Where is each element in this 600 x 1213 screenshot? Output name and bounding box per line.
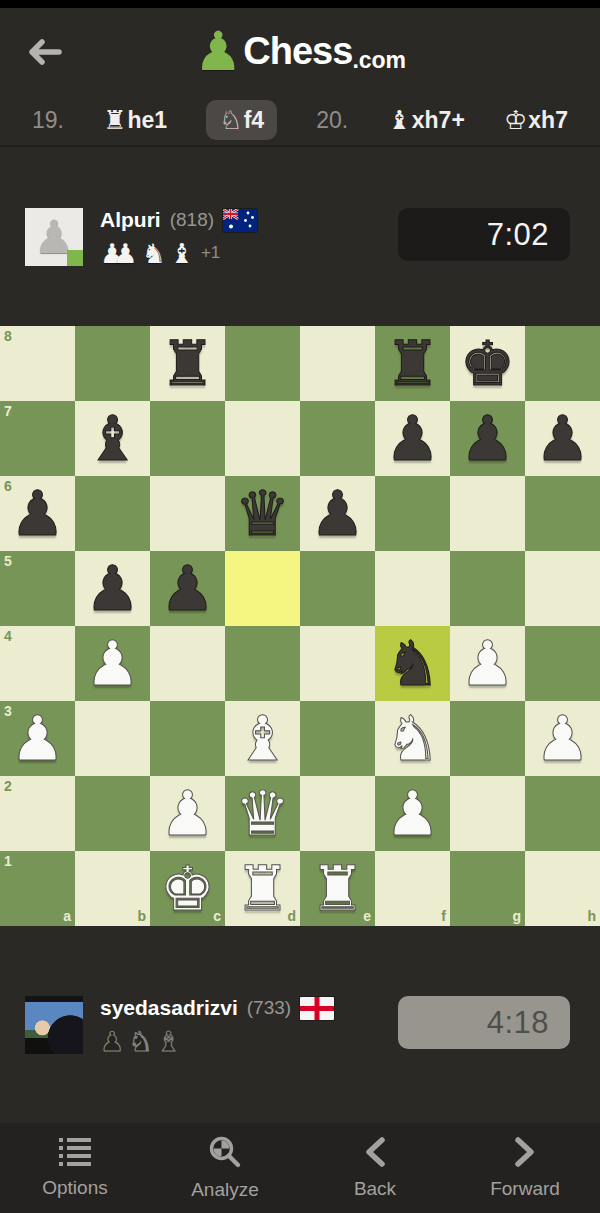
analyze-magnifier-icon [208,1135,242,1169]
square-b8[interactable] [75,326,150,401]
move-bxh7[interactable]: ♝xh7+ [387,105,464,135]
nav-label: Analyze [191,1179,259,1201]
player-info-bottom: syedasadrizvi (733) ♟♞♝ [100,996,334,1055]
nav-label: Back [354,1178,396,1200]
black-bishop-b7: ♝ [75,401,150,476]
arrow-left-icon [25,37,63,67]
white-queen-d2: ♛ [225,776,300,851]
square-h3[interactable]: ♟ [525,701,600,776]
bottom-nav-bar: Options Analyze Back Forward [0,1123,600,1213]
square-a3[interactable]: 3♟ [0,701,75,776]
move-kxh7[interactable]: ♔xh7 [504,105,568,135]
logo-text-suffix: .com [352,47,406,74]
chesscom-logo: ♟ Chess .com [194,25,406,79]
square-f1[interactable]: f [375,851,450,926]
square-a5[interactable]: 5 [0,551,75,626]
clock-top: 7:02 [398,208,570,261]
square-g1[interactable]: g [450,851,525,926]
file-label-b: b [137,909,146,923]
black-king-figurine: ♔ [504,105,527,135]
square-d8[interactable] [225,326,300,401]
square-c2[interactable]: ♟ [150,776,225,851]
captured-black-pawn-icon: ♟ [100,1026,124,1057]
square-g7[interactable]: ♟ [450,401,525,476]
rank-label-6: 6 [4,479,12,493]
square-d4[interactable] [225,626,300,701]
captured-white-knight-icon: ♞ [141,238,165,269]
move-number-20: 20. [316,107,348,134]
move-text: xh7+ [412,107,465,134]
captured-black-bishop-icon: ♝ [156,1026,180,1057]
captured-white-bishop-icon: ♝ [170,238,194,269]
captured-white-pawn-icon: ♟ [113,238,137,269]
square-b6[interactable] [75,476,150,551]
status-bar [0,0,600,8]
white-bishop-figurine: ♝ [387,105,410,135]
square-d2[interactable]: ♛ [225,776,300,851]
black-pawn-b5: ♟ [75,551,150,626]
square-a4[interactable]: 4 [0,626,75,701]
square-b4[interactable]: ♟ [75,626,150,701]
player-name-bottom[interactable]: syedasadrizvi [100,996,238,1020]
white-pawn-c2: ♟ [150,776,225,851]
forward-move-button[interactable]: Forward [450,1123,600,1213]
move-nf4-current[interactable]: ♘f4 [206,100,277,140]
white-pawn-h3: ♟ [525,701,600,776]
move-rhe1[interactable]: ♜he1 [103,105,167,135]
square-g2[interactable] [450,776,525,851]
list-icon [59,1137,91,1167]
rank-label-7: 7 [4,404,12,418]
square-b2[interactable] [75,776,150,851]
england-flag-icon [300,997,334,1020]
black-pawn-h7: ♟ [525,401,600,476]
square-h8[interactable] [525,326,600,401]
nav-label: Forward [490,1178,560,1200]
square-g4[interactable]: ♟ [450,626,525,701]
player-name-top[interactable]: Alpuri [100,208,161,232]
black-king-g8: ♚ [450,326,525,401]
app-header: ♟ Chess .com [0,8,600,95]
square-g8[interactable]: ♚ [450,326,525,401]
player-info-top: Alpuri (818) ♟♟♞♝ +1 [100,208,257,267]
square-g6[interactable] [450,476,525,551]
square-f7[interactable]: ♟ [375,401,450,476]
online-status-badge [67,250,83,266]
move-text: he1 [127,107,167,134]
square-h5[interactable] [525,551,600,626]
file-label-e: e [363,909,371,923]
square-c4[interactable] [150,626,225,701]
black-pawn-g7: ♟ [450,401,525,476]
square-f4[interactable]: ♞ [375,626,450,701]
captured-black-knight-icon: ♞ [128,1026,152,1057]
player-block-bottom: syedasadrizvi (733) ♟♞♝ 4:18 [0,926,600,1123]
square-e3[interactable] [300,701,375,776]
square-d5[interactable] [225,551,300,626]
square-e2[interactable] [300,776,375,851]
nav-label: Options [42,1177,107,1199]
avatar-top[interactable]: ♟ [25,208,83,266]
player-block-top: ♟ Alpuri (818) [0,147,600,326]
black-knight-figurine: ♘ [219,105,242,135]
square-f2[interactable]: ♟ [375,776,450,851]
black-pawn-e6: ♟ [300,476,375,551]
black-pawn-f7: ♟ [375,401,450,476]
square-c3[interactable] [150,701,225,776]
square-e6[interactable]: ♟ [300,476,375,551]
black-rook-c8: ♜ [150,326,225,401]
square-a7[interactable]: 7 [0,401,75,476]
captured-pieces-bottom: ♟♞♝ [100,1027,334,1055]
material-advantage: +1 [201,243,220,263]
white-bishop-d3: ♝ [225,701,300,776]
square-a8[interactable]: 8 [0,326,75,401]
rank-label-3: 3 [4,704,12,718]
rank-label-1: 1 [4,854,12,868]
move-list-bar: 19. ♜he1 ♘f4 20. ♝xh7+ ♔xh7 [0,95,600,147]
square-h2[interactable] [525,776,600,851]
file-label-g: g [512,909,521,923]
square-e1[interactable]: e♜ [300,851,375,926]
square-g5[interactable] [450,551,525,626]
rank-label-8: 8 [4,329,12,343]
square-h6[interactable] [525,476,600,551]
square-f8[interactable]: ♜ [375,326,450,401]
chess-board: 8♜♜♚7♝♟♟♟6♟♛♟5♟♟4♟♞♟3♟♝♞♟2♟♛♟1abc♚d♜e♜fg… [0,326,600,926]
square-f5[interactable] [375,551,450,626]
square-b1[interactable]: b [75,851,150,926]
player-rating-bottom: (733) [247,997,291,1019]
white-rook-figurine: ♜ [103,105,126,135]
square-a2[interactable]: 2 [0,776,75,851]
square-g3[interactable] [450,701,525,776]
move-number-19: 19. [32,107,64,134]
move-text: xh7 [528,107,568,134]
square-c7[interactable] [150,401,225,476]
captured-glyphs: ♟♞♝ [100,1028,181,1055]
black-queen-d6: ♛ [225,476,300,551]
file-label-d: d [287,909,296,923]
file-label-f: f [441,909,446,923]
square-c6[interactable] [150,476,225,551]
white-pawn-g4: ♟ [450,626,525,701]
chevron-left-icon [364,1136,386,1168]
square-f6[interactable] [375,476,450,551]
black-rook-f8: ♜ [375,326,450,401]
square-c1[interactable]: c♚ [150,851,225,926]
back-move-button[interactable]: Back [300,1123,450,1213]
white-pawn-f2: ♟ [375,776,450,851]
logo-text: Chess [243,30,352,73]
chevron-right-icon [514,1136,536,1168]
square-a6[interactable]: 6♟ [0,476,75,551]
rank-label-5: 5 [4,554,12,568]
rank-label-2: 2 [4,779,12,793]
australia-flag-icon [223,209,257,232]
options-button[interactable]: Options [0,1123,150,1213]
square-a1[interactable]: 1a [0,851,75,926]
square-e8[interactable] [300,326,375,401]
square-d6[interactable]: ♛ [225,476,300,551]
chess-app-screen: ♟ Chess .com 19. ♜he1 ♘f4 20. ♝xh7+ ♔xh7… [0,0,600,1213]
square-b5[interactable]: ♟ [75,551,150,626]
square-d7[interactable] [225,401,300,476]
avatar-bottom[interactable] [25,996,83,1054]
square-c8[interactable]: ♜ [150,326,225,401]
back-button[interactable] [24,35,64,69]
square-f3[interactable]: ♞ [375,701,450,776]
captured-glyphs: ♟♟♞♝ [100,240,194,267]
square-c5[interactable]: ♟ [150,551,225,626]
move-text: f4 [244,107,264,134]
analyze-button[interactable]: Analyze [150,1123,300,1213]
square-e5[interactable] [300,551,375,626]
file-label-a: a [63,909,71,923]
file-label-h: h [587,909,596,923]
rank-label-4: 4 [4,629,12,643]
square-b3[interactable] [75,701,150,776]
black-pawn-c5: ♟ [150,551,225,626]
square-e4[interactable] [300,626,375,701]
square-h1[interactable]: h [525,851,600,926]
black-knight-f4: ♞ [375,626,450,701]
white-pawn-b4: ♟ [75,626,150,701]
logo-pawn-icon: ♟ [194,25,242,79]
player-rating-top: (818) [170,209,214,231]
square-h4[interactable] [525,626,600,701]
captured-pieces-top: ♟♟♞♝ +1 [100,239,257,267]
square-d1[interactable]: d♜ [225,851,300,926]
file-label-c: c [213,909,221,923]
square-e7[interactable] [300,401,375,476]
square-d3[interactable]: ♝ [225,701,300,776]
white-knight-f3: ♞ [375,701,450,776]
clock-bottom: 4:18 [398,996,570,1049]
square-b7[interactable]: ♝ [75,401,150,476]
square-h7[interactable]: ♟ [525,401,600,476]
